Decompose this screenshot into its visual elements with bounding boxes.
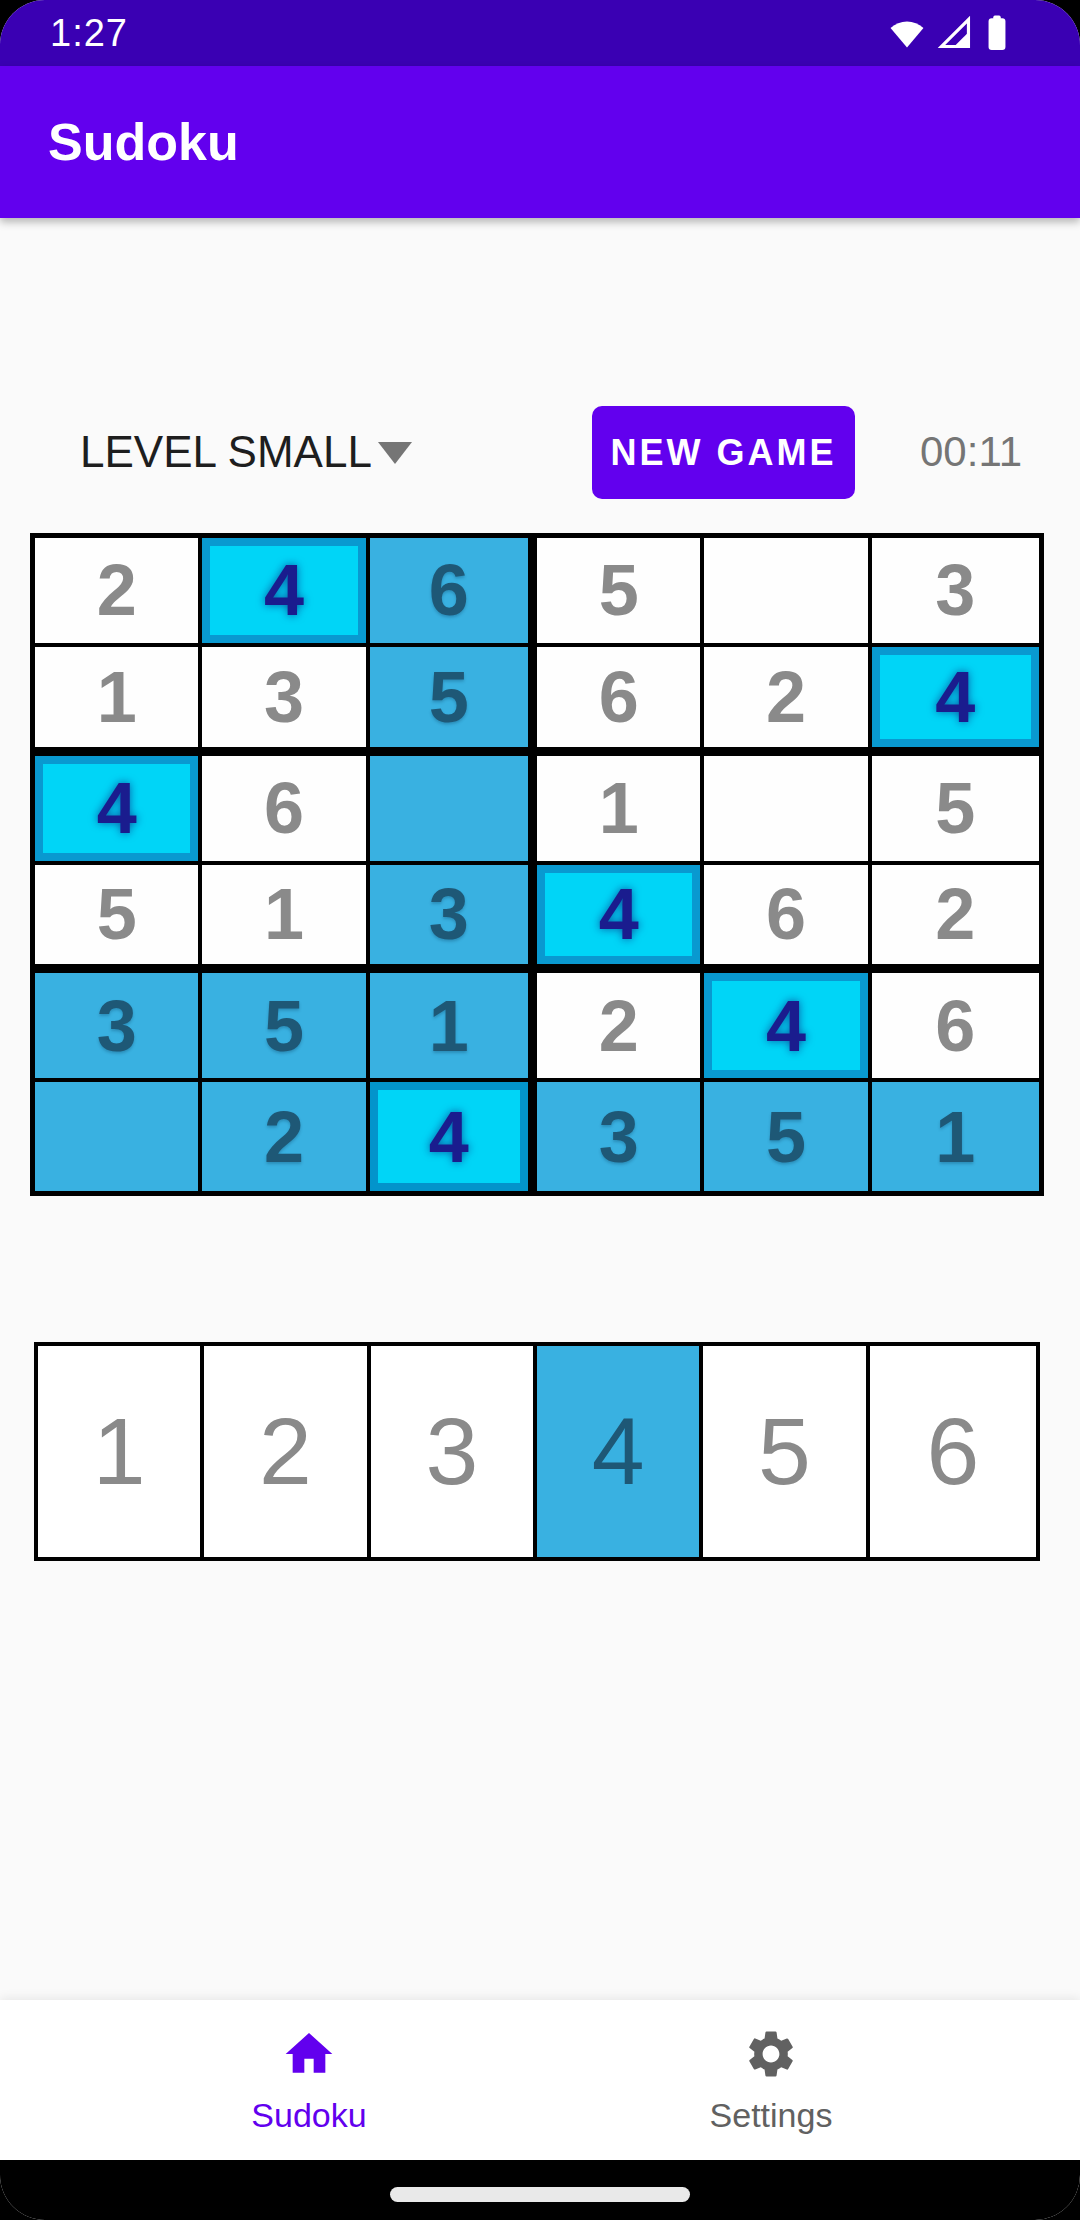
dropdown-arrow-icon[interactable] [378,442,412,464]
nav-item-label: Settings [710,2096,833,2135]
board-cell[interactable]: 6 [537,647,704,756]
board-cell[interactable]: 2 [872,865,1039,974]
board-cell[interactable] [704,756,871,865]
board-cell[interactable]: 6 [202,756,369,865]
status-bar: 1:27 [0,0,1080,66]
board-cell[interactable]: 3 [370,865,537,974]
gear-icon [743,2026,799,2086]
level-dropdown-label: LEVEL SMALL [80,427,372,477]
board-cell[interactable]: 5 [872,756,1039,865]
board-cell[interactable]: 2 [704,647,871,756]
board-cell[interactable]: 1 [370,973,537,1082]
board-cell[interactable]: 5 [370,647,537,756]
battery-icon [984,14,1010,52]
nav-item-label: Sudoku [251,2096,366,2135]
numpad-key-5[interactable]: 5 [703,1346,869,1557]
board-cell[interactable]: 4 [537,865,704,974]
board-cell[interactable]: 5 [537,538,704,647]
page-title: Sudoku [48,112,239,172]
board-cell[interactable] [35,1082,202,1191]
numpad-key-2[interactable]: 2 [204,1346,370,1557]
board-cell[interactable]: 3 [202,647,369,756]
board-cell[interactable]: 4 [872,647,1039,756]
gesture-bar [0,2160,1080,2220]
wifi-icon [888,14,926,52]
board-cell[interactable]: 6 [370,538,537,647]
board-cell[interactable]: 6 [704,865,871,974]
nav-item-sudoku[interactable]: Sudoku [78,2000,540,2160]
home-icon [281,2026,337,2086]
phone-screen: 1:27 Sudoku LEVEL SMALL NEW GAME 00:1 [0,0,1080,2220]
board-cell[interactable]: 2 [35,538,202,647]
numpad-key-1[interactable]: 1 [38,1346,204,1557]
status-time: 1:27 [50,12,128,55]
board-cell[interactable]: 3 [35,973,202,1082]
status-icons [888,0,1010,66]
board-cell[interactable]: 4 [35,756,202,865]
board-cell[interactable]: 6 [872,973,1039,1082]
board-cell[interactable] [370,756,537,865]
board-cell[interactable]: 4 [370,1082,537,1191]
nav-item-settings[interactable]: Settings [540,2000,1002,2160]
board-cell[interactable] [704,538,871,647]
board-cell[interactable]: 3 [872,538,1039,647]
sudoku-board: 24653135624461551346235124624351 [30,533,1044,1196]
number-pad: 123456 [34,1342,1040,1561]
board-cell[interactable]: 5 [35,865,202,974]
board-cell[interactable]: 1 [872,1082,1039,1191]
board-cell[interactable]: 2 [537,973,704,1082]
signal-icon [936,14,974,52]
board-cell[interactable]: 1 [537,756,704,865]
numpad-key-4[interactable]: 4 [537,1346,703,1557]
numpad-key-6[interactable]: 6 [870,1346,1036,1557]
board-cell[interactable]: 1 [35,647,202,756]
numpad-key-3[interactable]: 3 [371,1346,537,1557]
board-cell[interactable]: 4 [704,973,871,1082]
bottom-nav: Sudoku Settings [0,2000,1080,2160]
app-bar: Sudoku [0,66,1080,218]
timer-label: 00:11 [920,404,1022,500]
navigation-handle[interactable] [390,2187,690,2202]
board-cell[interactable]: 2 [202,1082,369,1191]
board-cell[interactable]: 4 [202,538,369,647]
new-game-button[interactable]: NEW GAME [592,406,855,499]
board-cell[interactable]: 1 [202,865,369,974]
board-cell[interactable]: 5 [704,1082,871,1191]
board-cell[interactable]: 3 [537,1082,704,1191]
level-dropdown[interactable]: LEVEL SMALL [80,404,372,500]
toolbar: LEVEL SMALL NEW GAME 00:11 [0,404,1080,500]
board-cell[interactable]: 5 [202,973,369,1082]
